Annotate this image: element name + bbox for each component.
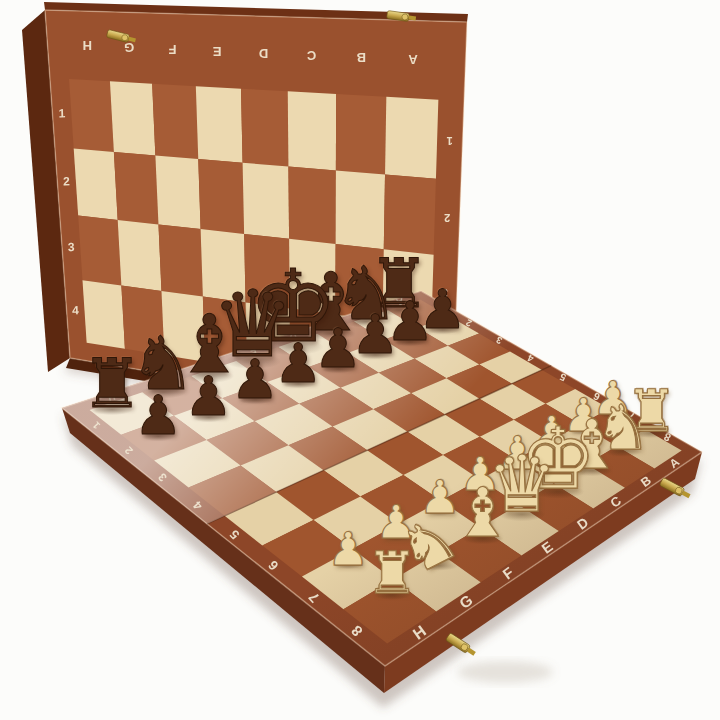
box-rank-label-left-4: 4 bbox=[72, 303, 79, 317]
box-square bbox=[243, 163, 290, 239]
box-rank-label-left-2: 2 bbox=[63, 174, 70, 188]
box-square bbox=[241, 89, 288, 167]
box-square bbox=[161, 291, 205, 362]
box-square bbox=[114, 152, 159, 225]
box-square bbox=[121, 286, 164, 356]
box-square bbox=[244, 234, 290, 309]
box-square bbox=[288, 91, 336, 170]
box-square bbox=[110, 81, 155, 155]
box-square bbox=[78, 216, 121, 286]
product-photo: HGFEDCBA12341234 ABCDEFGH123456781234567… bbox=[0, 0, 720, 720]
box-rank-label-right-1: 1 bbox=[447, 135, 453, 147]
scene-svg: HGFEDCBA12341234 ABCDEFGH123456781234567… bbox=[0, 0, 720, 720]
box-file-label-C: C bbox=[306, 48, 316, 63]
box-square bbox=[385, 97, 438, 179]
box-file-label-A: A bbox=[408, 52, 418, 67]
box-rank-label-left-1: 1 bbox=[58, 106, 65, 120]
box-square bbox=[288, 167, 335, 244]
box-file-label-F: F bbox=[168, 42, 176, 57]
box-file-label-E: E bbox=[213, 44, 222, 59]
box-file-label-B: B bbox=[357, 50, 366, 65]
box-square bbox=[336, 170, 385, 249]
box-rank-label-right-2: 2 bbox=[444, 212, 450, 224]
box-square bbox=[74, 149, 118, 220]
box-square bbox=[198, 159, 244, 234]
box-file-label-H: H bbox=[83, 38, 92, 53]
box-square bbox=[155, 155, 200, 229]
box-rank-label-right-3: 3 bbox=[442, 287, 448, 299]
box-square bbox=[289, 239, 336, 315]
box-rank-label-left-3: 3 bbox=[68, 240, 75, 254]
box-square bbox=[201, 229, 246, 302]
box-square bbox=[69, 79, 114, 152]
box-square bbox=[158, 224, 202, 296]
box-square bbox=[118, 220, 162, 291]
box-square bbox=[196, 86, 243, 163]
box-square bbox=[152, 84, 198, 159]
box-square bbox=[384, 175, 436, 255]
box-file-label-D: D bbox=[259, 46, 268, 61]
box-square bbox=[82, 280, 124, 349]
box-square bbox=[336, 94, 386, 175]
box-file-label-G: G bbox=[124, 40, 134, 55]
